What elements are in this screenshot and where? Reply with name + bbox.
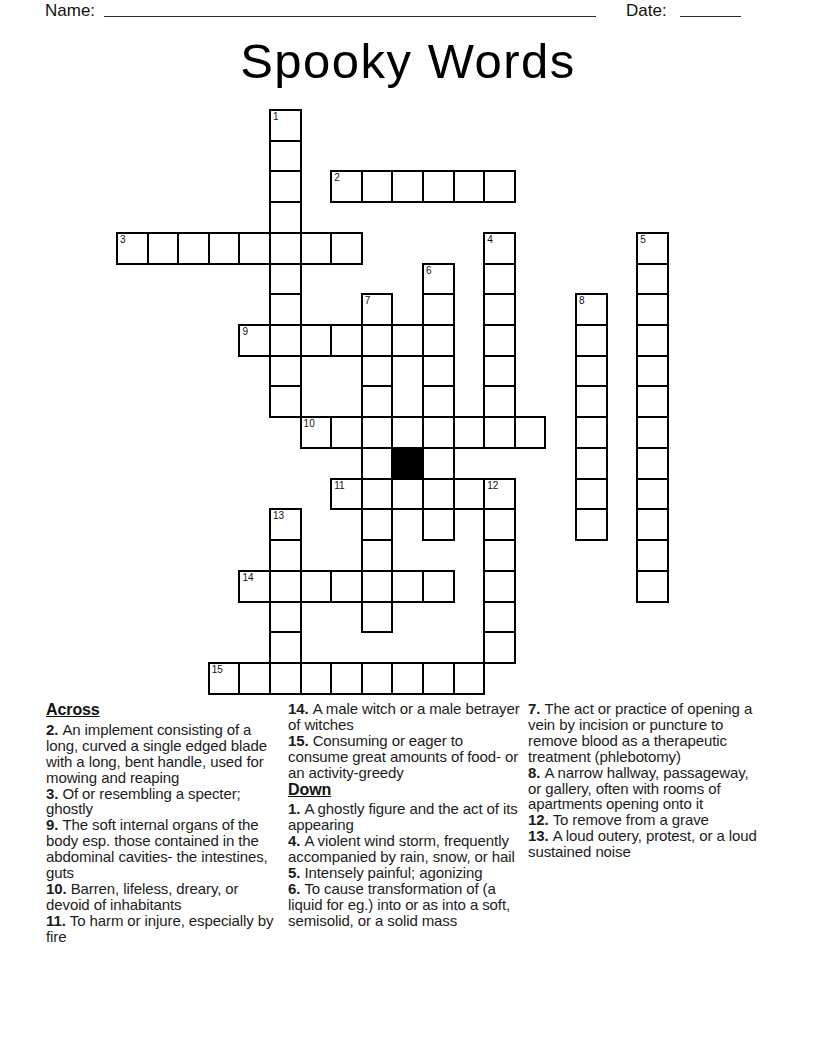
grid-cell-r13c12[interactable] bbox=[483, 508, 516, 541]
grid-cell-r6c12[interactable] bbox=[483, 293, 516, 326]
clue-down-12: 12. To remove from a grave bbox=[528, 812, 760, 828]
grid-cell-r7c15[interactable] bbox=[575, 324, 608, 357]
grid-cell-r12c12[interactable]: 12 bbox=[483, 478, 516, 511]
grid-cell-r18c7[interactable] bbox=[330, 662, 363, 695]
clue-down-8: 8. A narrow hallway, passageway, or gall… bbox=[528, 765, 760, 813]
grid-cell-r17c5[interactable] bbox=[269, 631, 302, 664]
grid-cell-r16c12[interactable] bbox=[483, 601, 516, 634]
grid-cell-r1c5[interactable] bbox=[269, 140, 302, 173]
clue-number-5: 5 bbox=[640, 234, 646, 245]
grid-cell-r5c12[interactable] bbox=[483, 263, 516, 296]
grid-cell-r15c17[interactable] bbox=[636, 570, 669, 603]
grid-cell-r15c8[interactable] bbox=[361, 570, 394, 603]
worksheet-page: { "game": "crossword", "title": "Spooky … bbox=[0, 0, 816, 1056]
clue-down-4: 4. A violent wind storm, frequently acco… bbox=[288, 833, 524, 865]
grid-cell-r16c8[interactable] bbox=[361, 601, 394, 634]
grid-cell-r9c8[interactable] bbox=[361, 385, 394, 418]
clue-number-14: 14 bbox=[242, 572, 253, 583]
grid-cell-r5c10[interactable]: 6 bbox=[422, 263, 455, 296]
grid-cell-r2c8[interactable] bbox=[361, 170, 394, 203]
grid-cell-r6c8[interactable]: 7 bbox=[361, 293, 394, 326]
grid-cell-r5c17[interactable] bbox=[636, 263, 669, 296]
grid-cell-r7c17[interactable] bbox=[636, 324, 669, 357]
grid-cell-r2c9[interactable] bbox=[391, 170, 424, 203]
grid-cell-r10c9[interactable] bbox=[391, 416, 424, 449]
clues-column-3: 7. The act or practice of opening a vein… bbox=[528, 701, 760, 860]
grid-cell-r3c5[interactable] bbox=[269, 201, 302, 234]
grid-cell-r8c12[interactable] bbox=[483, 355, 516, 388]
grid-cell-r4c5[interactable] bbox=[269, 232, 302, 265]
clue-down-7: 7. The act or practice of opening a vein… bbox=[528, 701, 760, 765]
clue-across-15: 15. Consuming or eager to consume great … bbox=[288, 733, 524, 781]
grid-cell-r2c12[interactable] bbox=[483, 170, 516, 203]
grid-cell-r18c5[interactable] bbox=[269, 662, 302, 695]
grid-cell-r14c12[interactable] bbox=[483, 539, 516, 572]
clues-header-down: Down bbox=[288, 782, 524, 798]
clue-number-8: 8 bbox=[579, 295, 585, 306]
grid-cell-r7c8[interactable] bbox=[361, 324, 394, 357]
grid-cell-r4c6[interactable] bbox=[300, 232, 333, 265]
grid-cell-r7c4[interactable]: 9 bbox=[238, 324, 271, 357]
grid-cell-r4c0[interactable]: 3 bbox=[116, 232, 149, 265]
grid-cell-r10c11[interactable] bbox=[453, 416, 486, 449]
grid-cell-r2c7[interactable]: 2 bbox=[330, 170, 363, 203]
grid-cell-r18c8[interactable] bbox=[361, 662, 394, 695]
grid-cell-r15c5[interactable] bbox=[269, 570, 302, 603]
grid-cell-r12c17[interactable] bbox=[636, 478, 669, 511]
grid-cell-r6c10[interactable] bbox=[422, 293, 455, 326]
grid-cell-r10c7[interactable] bbox=[330, 416, 363, 449]
grid-cell-r18c11[interactable] bbox=[453, 662, 486, 695]
grid-cell-r11c10[interactable] bbox=[422, 447, 455, 480]
clues-column-1: Across2. An implement consisting of a lo… bbox=[46, 701, 280, 945]
grid-cell-r10c15[interactable] bbox=[575, 416, 608, 449]
clue-across-9: 9. The soft internal organs of the body … bbox=[46, 817, 280, 881]
grid-cell-r4c4[interactable] bbox=[238, 232, 271, 265]
clues-header-across: Across bbox=[46, 702, 280, 718]
grid-cell-r13c8[interactable] bbox=[361, 508, 394, 541]
grid-cell-r2c10[interactable] bbox=[422, 170, 455, 203]
grid-cell-r15c7[interactable] bbox=[330, 570, 363, 603]
clue-number-12: 12 bbox=[487, 480, 498, 491]
grid-cell-r4c12[interactable]: 4 bbox=[483, 232, 516, 265]
grid-cell-r10c10[interactable] bbox=[422, 416, 455, 449]
clue-number-9: 9 bbox=[242, 326, 248, 337]
grid-cell-r7c6[interactable] bbox=[300, 324, 333, 357]
grid-cell-r15c9[interactable] bbox=[391, 570, 424, 603]
grid-cell-r14c17[interactable] bbox=[636, 539, 669, 572]
grid-cell-r11c17[interactable] bbox=[636, 447, 669, 480]
clue-number-13: 13 bbox=[273, 510, 284, 521]
grid-cell-r18c6[interactable] bbox=[300, 662, 333, 695]
clue-number-1: 1 bbox=[273, 111, 279, 122]
grid-cell-r13c5[interactable]: 13 bbox=[269, 508, 302, 541]
grid-cell-r9c10[interactable] bbox=[422, 385, 455, 418]
grid-cell-r18c9[interactable] bbox=[391, 662, 424, 695]
grid-cell-r13c10[interactable] bbox=[422, 508, 455, 541]
name-fill-line bbox=[104, 16, 596, 17]
grid-cell-r15c4[interactable]: 14 bbox=[238, 570, 271, 603]
clue-number-4: 4 bbox=[487, 234, 493, 245]
black-cell-r11c9 bbox=[391, 447, 424, 480]
grid-cell-r9c12[interactable] bbox=[483, 385, 516, 418]
clue-number-11: 11 bbox=[334, 480, 344, 491]
grid-cell-r4c1[interactable] bbox=[147, 232, 180, 265]
name-label: Name: bbox=[45, 1, 95, 21]
grid-cell-r16c5[interactable] bbox=[269, 601, 302, 634]
grid-cell-r0c5[interactable]: 1 bbox=[269, 109, 302, 142]
grid-cell-r4c7[interactable] bbox=[330, 232, 363, 265]
grid-cell-r5c5[interactable] bbox=[269, 263, 302, 296]
grid-cell-r15c12[interactable] bbox=[483, 570, 516, 603]
clue-number-2: 2 bbox=[334, 172, 340, 183]
clue-number-3: 3 bbox=[120, 234, 126, 245]
grid-cell-r7c12[interactable] bbox=[483, 324, 516, 357]
clue-number-6: 6 bbox=[426, 265, 432, 276]
grid-cell-r12c9[interactable] bbox=[391, 478, 424, 511]
grid-cell-r15c10[interactable] bbox=[422, 570, 455, 603]
clue-across-2: 2. An implement consisting of a long, cu… bbox=[46, 722, 280, 786]
grid-cell-r12c11[interactable] bbox=[453, 478, 486, 511]
grid-cell-r12c10[interactable] bbox=[422, 478, 455, 511]
clue-down-13: 13. A loud outery, protest, or a loud su… bbox=[528, 828, 760, 860]
grid-cell-r8c15[interactable] bbox=[575, 355, 608, 388]
grid-cell-r10c12[interactable] bbox=[483, 416, 516, 449]
grid-cell-r7c5[interactable] bbox=[269, 324, 302, 357]
grid-cell-r11c15[interactable] bbox=[575, 447, 608, 480]
grid-cell-r7c10[interactable] bbox=[422, 324, 455, 357]
clue-across-14: 14. A male witch or a male betrayer of w… bbox=[288, 701, 524, 733]
grid-cell-r2c11[interactable] bbox=[453, 170, 486, 203]
clue-down-5: 5. Intensely painful; agonizing bbox=[288, 865, 524, 881]
grid-cell-r14c8[interactable] bbox=[361, 539, 394, 572]
grid-cell-r15c6[interactable] bbox=[300, 570, 333, 603]
clue-down-6: 6. To cause transformation of (a liquid … bbox=[288, 881, 524, 929]
clue-number-7: 7 bbox=[365, 295, 371, 306]
grid-cell-r12c15[interactable] bbox=[575, 478, 608, 511]
grid-cell-r4c17[interactable]: 5 bbox=[636, 232, 669, 265]
grid-cell-r8c17[interactable] bbox=[636, 355, 669, 388]
grid-cell-r6c15[interactable]: 8 bbox=[575, 293, 608, 326]
date-fill-line bbox=[680, 16, 741, 17]
grid-cell-r18c10[interactable] bbox=[422, 662, 455, 695]
grid-cell-r9c17[interactable] bbox=[636, 385, 669, 418]
page-title: Spooky Words bbox=[0, 33, 816, 89]
grid-cell-r7c9[interactable] bbox=[391, 324, 424, 357]
grid-cell-r9c15[interactable] bbox=[575, 385, 608, 418]
grid-cell-r17c12[interactable] bbox=[483, 631, 516, 664]
grid-cell-r11c8[interactable] bbox=[361, 447, 394, 480]
grid-cell-r12c8[interactable] bbox=[361, 478, 394, 511]
grid-cell-r14c5[interactable] bbox=[269, 539, 302, 572]
date-label: Date: bbox=[626, 1, 667, 21]
grid-cell-r18c4[interactable] bbox=[238, 662, 271, 695]
clue-number-15: 15 bbox=[212, 664, 223, 675]
clue-down-1: 1. A ghostly figure and the act of its a… bbox=[288, 801, 524, 833]
clue-across-10: 10. Barren, lifeless, dreary, or devoid … bbox=[46, 881, 280, 913]
clues-column-2: 14. A male witch or a male betrayer of w… bbox=[288, 701, 524, 929]
grid-cell-r4c3[interactable] bbox=[208, 232, 241, 265]
grid-cell-r9c5[interactable] bbox=[269, 385, 302, 418]
clue-number-10: 10 bbox=[304, 418, 315, 429]
clue-across-3: 3. Of or resembling a specter; ghostly bbox=[46, 786, 280, 818]
clue-across-11: 11. To harm or injure, especially by fir… bbox=[46, 913, 280, 945]
grid-cell-r18c3[interactable]: 15 bbox=[208, 662, 241, 695]
grid-cell-r8c5[interactable] bbox=[269, 355, 302, 388]
grid-cell-r13c15[interactable] bbox=[575, 508, 608, 541]
grid-cell-r10c8[interactable] bbox=[361, 416, 394, 449]
grid-cell-r6c17[interactable] bbox=[636, 293, 669, 326]
grid-cell-r13c17[interactable] bbox=[636, 508, 669, 541]
grid-cell-r4c2[interactable] bbox=[177, 232, 210, 265]
grid-cell-r12c7[interactable]: 11 bbox=[330, 478, 363, 511]
grid-cell-r8c8[interactable] bbox=[361, 355, 394, 388]
grid-cell-r2c5[interactable] bbox=[269, 170, 302, 203]
grid-cell-r7c7[interactable] bbox=[330, 324, 363, 357]
grid-cell-r10c6[interactable]: 10 bbox=[300, 416, 333, 449]
grid-cell-r10c13[interactable] bbox=[514, 416, 547, 449]
grid-cell-r10c17[interactable] bbox=[636, 416, 669, 449]
grid-cell-r8c10[interactable] bbox=[422, 355, 455, 388]
grid-cell-r6c5[interactable] bbox=[269, 293, 302, 326]
